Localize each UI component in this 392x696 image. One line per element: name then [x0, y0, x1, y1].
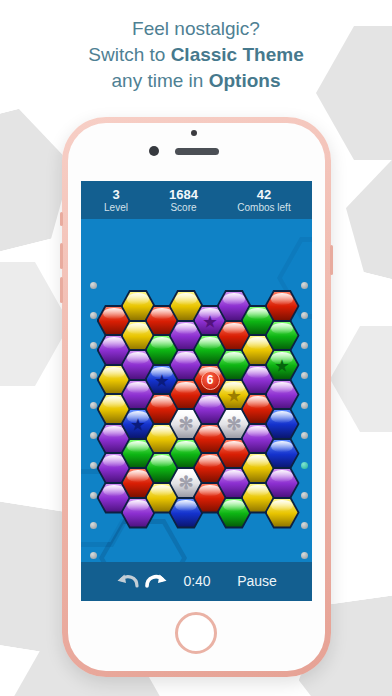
hex-piece[interactable] [265, 320, 300, 352]
right-peg-dot [301, 282, 308, 289]
left-peg-dot [90, 432, 97, 439]
redo-icon[interactable] [143, 571, 169, 591]
timer: 0:40 [174, 573, 220, 589]
right-peg-dot [301, 492, 308, 499]
left-peg-dot [90, 522, 97, 529]
right-peg-dot [301, 552, 308, 559]
hud-score: 1684 Score [151, 187, 216, 214]
right-peg-dot [301, 522, 308, 529]
earpiece-speaker [175, 148, 219, 155]
left-peg-dot [90, 372, 97, 379]
piece-shine [223, 293, 244, 304]
right-peg-dot [301, 432, 308, 439]
bottom-toolbar: 0:40 Pause [81, 562, 312, 601]
hud-bar: 3 Level 1684 Score 42 Combos left [81, 181, 312, 219]
left-peg-dot [90, 462, 97, 469]
promo-line1: Feel nostalgic? [0, 16, 392, 42]
left-peg-dot [90, 282, 97, 289]
mute-switch [60, 212, 63, 226]
piece-shine [271, 500, 292, 511]
promo-line3: any time in Options [0, 68, 392, 94]
piece-shine [271, 470, 292, 481]
hex-piece[interactable] [265, 438, 300, 470]
front-camera [149, 146, 159, 156]
piece-shine [175, 293, 196, 304]
right-peg-dot [301, 372, 308, 379]
score-label: Score [151, 202, 216, 214]
hud-level: 3 Level [81, 187, 151, 214]
piece-shine [271, 293, 292, 304]
left-peg-dot [90, 342, 97, 349]
piece-shine [127, 293, 148, 304]
game-board: ★★✻✻★6★✻★ [81, 219, 312, 562]
score-value: 1684 [151, 187, 216, 202]
hex-piece[interactable] [265, 379, 300, 411]
piece-shine [271, 411, 292, 422]
hex-piece[interactable] [265, 290, 300, 322]
level-label: Level [81, 202, 151, 214]
game-screen: 3 Level 1684 Score 42 Combos left ★★✻✻★6… [81, 181, 312, 601]
piece-shine [271, 441, 292, 452]
proximity-sensor-dot [191, 130, 197, 136]
hex-piece[interactable] [265, 497, 300, 529]
piece-shine [271, 323, 292, 334]
bg-hexagon [332, 152, 392, 296]
bg-hexagon [330, 326, 392, 432]
piece-shine [271, 382, 292, 393]
hex-piece[interactable] [265, 467, 300, 499]
left-peg-dot [90, 552, 97, 559]
promo-line2: Switch to Classic Theme [0, 42, 392, 68]
promo-headline: Feel nostalgic? Switch to Classic Theme … [0, 16, 392, 94]
right-peg-dot [301, 462, 308, 469]
left-peg-dot [90, 492, 97, 499]
power-button [330, 245, 333, 275]
undo-icon[interactable] [115, 571, 141, 591]
home-button[interactable] [175, 612, 217, 654]
hex-piece[interactable]: ★ [265, 349, 300, 381]
volume-down-button [60, 277, 63, 303]
left-peg-dot [90, 312, 97, 319]
right-peg-dot [301, 342, 308, 349]
combos-label: Combos left [216, 202, 312, 214]
pause-button[interactable]: Pause [227, 573, 287, 589]
hex-piece[interactable] [265, 408, 300, 440]
hud-combos: 42 Combos left [216, 187, 312, 214]
left-peg-dot [90, 402, 97, 409]
right-peg-dot [301, 402, 308, 409]
combos-value: 42 [216, 187, 312, 202]
right-peg-dot [301, 312, 308, 319]
volume-up-button [60, 243, 63, 269]
level-value: 3 [81, 187, 151, 202]
